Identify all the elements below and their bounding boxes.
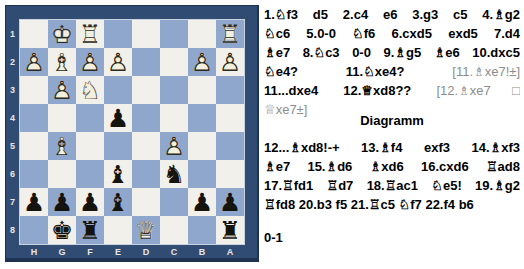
moves-text: 12...♗xd8!-+ 13.♗f4 exf3 14.♗xf3 (264, 140, 520, 155)
square-e3 (104, 76, 132, 104)
piece-white-pawn-g3-outline: ♙ (48, 76, 76, 104)
square-d2 (132, 48, 160, 76)
square-d8: ♛♕ (132, 216, 160, 244)
square-c8 (160, 216, 188, 244)
square-g4 (48, 104, 76, 132)
piece-white-rook-a1-outline: ♖ (216, 20, 244, 48)
square-a1: ♜♖ (216, 20, 244, 48)
square-h4 (20, 104, 48, 132)
piece-black-bishop-e7: ♝ (104, 188, 132, 216)
variation-text: [11.♗xe7!±] (452, 64, 520, 79)
square-f7: ♟ (76, 188, 104, 216)
file-label-g: G (48, 246, 76, 258)
square-e6: ♝ (104, 160, 132, 188)
file-label-e: E (104, 246, 132, 258)
square-a6 (216, 160, 244, 188)
piece-white-pawn-h2-outline: ♙ (20, 48, 48, 76)
square-b4 (188, 104, 216, 132)
square-b5 (188, 132, 216, 160)
square-a8: ♜ (216, 216, 244, 244)
piece-white-pawn-f2-outline: ♙ (76, 48, 104, 76)
square-a7: ♟ (216, 188, 244, 216)
square-f6 (76, 160, 104, 188)
file-label-c: C (160, 246, 188, 258)
piece-white-pawn-a2-outline: ♙ (216, 48, 244, 76)
square-b6 (188, 160, 216, 188)
square-d4 (132, 104, 160, 132)
moves-text: ♗e7 15.♗d6 ♗xd6 16.cxd6 ♖ad8 (264, 159, 520, 174)
move-line: ♖fd8 20.b3 f5 21.♖c5 ♘f7 22.f4 b6 (264, 195, 520, 214)
rank-label-6: 6 (6, 160, 19, 188)
piece-black-pawn-a7: ♟ (216, 188, 244, 216)
moves-text: ♘c6 5.0-0 ♘f6 6.cxd5 exd5 7.d4 (264, 26, 520, 41)
square-g1: ♚♔ (48, 20, 76, 48)
piece-black-pawn-h7: ♟ (20, 188, 48, 216)
square-c6: ♞ (160, 160, 188, 188)
square-e5 (104, 132, 132, 160)
square-b8 (188, 216, 216, 244)
rank-label-5: 5 (6, 132, 19, 160)
moves-text: ♘e4? 11.♘xe4? (264, 64, 452, 79)
square-a3 (216, 76, 244, 104)
square-b7: ♟ (188, 188, 216, 216)
square-f5 (76, 132, 104, 160)
square-e4: ♟ (104, 104, 132, 132)
square-h2: ♟♙ (20, 48, 48, 76)
piece-white-king-g1-outline: ♔ (48, 20, 76, 48)
square-c7 (160, 188, 188, 216)
square-a5 (216, 132, 244, 160)
square-g5: ♝♗ (48, 132, 76, 160)
move-line: 1.♘f3 d5 2.c4 e6 3.g3 c5 4.♗g2 (264, 5, 520, 24)
square-c3 (160, 76, 188, 104)
moves-text: 17.♖fd1 ♖d7 18.♖ac1 ♘e5! 19.♗g2 (264, 178, 520, 193)
piece-black-pawn-b7: ♟ (188, 188, 216, 216)
notation-panel: 1.♘f3 d5 2.c4 e6 3.g3 c5 4.♗g2♘c6 5.0-0 … (264, 5, 520, 247)
square-f3: ♞♘ (76, 76, 104, 104)
rank-label-4: 4 (6, 104, 19, 132)
square-f2: ♟♙ (76, 48, 104, 76)
moves-text: 11...dxe4 12.♕xd8?? (264, 83, 436, 98)
square-a2: ♟♙ (216, 48, 244, 76)
file-label-a: A (216, 246, 244, 258)
square-f8: ♜ (76, 216, 104, 244)
square-h3 (20, 76, 48, 104)
file-label-h: H (20, 246, 48, 258)
square-g3: ♟♙ (48, 76, 76, 104)
square-h7: ♟ (20, 188, 48, 216)
moves-paragraph-1: 1.♘f3 d5 2.c4 e6 3.g3 c5 4.♗g2♘c6 5.0-0 … (264, 5, 520, 119)
piece-white-queen-d8-outline: ♕ (132, 216, 160, 244)
square-h8 (20, 216, 48, 244)
square-b2: ♟♙ (188, 48, 216, 76)
moves-paragraph-2: 12...♗xd8!-+ 13.♗f4 exf3 14.♗xf3♗e7 15.♗… (264, 138, 520, 214)
square-d5 (132, 132, 160, 160)
square-g2: ♝♗ (48, 48, 76, 76)
piece-black-rook-a8: ♜ (216, 216, 244, 244)
piece-black-pawn-f7: ♟ (76, 188, 104, 216)
rank-label-8: 8 (6, 216, 19, 244)
square-c5: ♟♙ (160, 132, 188, 160)
square-h5 (20, 132, 48, 160)
square-h6 (20, 160, 48, 188)
square-h1 (20, 20, 48, 48)
chess-board: 12345678 HGFEDCBA ♚♔♜♖♜♖♟♙♝♗♟♙♟♙♟♙♟♙♟♙♞♘… (5, 5, 259, 262)
square-g8: ♚ (48, 216, 76, 244)
moves-text: ♖fd8 20.b3 f5 21.♖c5 ♘f7 22.f4 b6 (264, 197, 474, 212)
move-line: ♗e7 15.♗d6 ♗xd6 16.cxd6 ♖ad8 (264, 157, 520, 176)
rank-label-2: 2 (6, 48, 19, 76)
rank-label-7: 7 (6, 188, 19, 216)
square-b3 (188, 76, 216, 104)
piece-black-bishop-e6: ♝ (104, 160, 132, 188)
move-line: ♘e4? 11.♘xe4? [11.♗xe7!±] (264, 62, 520, 81)
square-b1 (188, 20, 216, 48)
variation-text: [12.♗xe7□ (436, 83, 520, 98)
piece-white-pawn-c5-outline: ♙ (160, 132, 188, 160)
move-line: 17.♖fd1 ♖d7 18.♖ac1 ♘e5! 19.♗g2 (264, 176, 520, 195)
square-e8 (104, 216, 132, 244)
square-d3 (132, 76, 160, 104)
file-label-f: F (76, 246, 104, 258)
move-line: ♗e7 8.♘c3 0-0 9.♗g5 ♗e6 10.dxc5 (264, 43, 520, 62)
file-label-d: D (132, 246, 160, 258)
square-e2: ♟♙ (104, 48, 132, 76)
square-c1 (160, 20, 188, 48)
square-d1 (132, 20, 160, 48)
board-squares: ♚♔♜♖♜♖♟♙♝♗♟♙♟♙♟♙♟♙♟♙♞♘♟♝♗♟♙♝♞♟♟♟♝♟♟♚♜♛♕♜ (19, 19, 245, 245)
move-line: 12...♗xd8!-+ 13.♗f4 exf3 14.♗xf3 (264, 138, 520, 157)
rank-label-3: 3 (6, 76, 19, 104)
move-line: ♘c6 5.0-0 ♘f6 6.cxd5 exd5 7.d4 (264, 24, 520, 43)
square-f4 (76, 104, 104, 132)
square-c4 (160, 104, 188, 132)
piece-white-rook-f1-outline: ♖ (76, 20, 104, 48)
square-a4 (216, 104, 244, 132)
file-label-b: B (188, 246, 216, 258)
square-g7: ♟ (48, 188, 76, 216)
piece-white-pawn-e2-outline: ♙ (104, 48, 132, 76)
square-d7 (132, 188, 160, 216)
piece-white-pawn-b2-outline: ♙ (188, 48, 216, 76)
moves-text: ♗e7 8.♘c3 0-0 9.♗g5 ♗e6 10.dxc5 (264, 45, 520, 60)
moves-text: 1.♘f3 d5 2.c4 e6 3.g3 c5 4.♗g2 (264, 7, 520, 22)
piece-black-knight-c6: ♞ (160, 160, 188, 188)
piece-black-rook-f8: ♜ (76, 216, 104, 244)
square-e7: ♝ (104, 188, 132, 216)
square-c2 (160, 48, 188, 76)
rank-label-1: 1 (6, 20, 19, 48)
move-line: 11...dxe4 12.♕xd8?? [12.♗xe7□ (264, 81, 520, 100)
piece-white-knight-f3-outline: ♘ (76, 76, 104, 104)
variation-text: ♕xe7±] (264, 102, 307, 117)
square-e1 (104, 20, 132, 48)
game-result: 0-1 (264, 228, 520, 247)
piece-black-pawn-g7: ♟ (48, 188, 76, 216)
piece-black-pawn-e4: ♟ (104, 104, 132, 132)
square-f1: ♜♖ (76, 20, 104, 48)
piece-black-king-g8: ♚ (48, 216, 76, 244)
square-g6 (48, 160, 76, 188)
square-d6 (132, 160, 160, 188)
piece-white-bishop-g5-outline: ♗ (48, 132, 76, 160)
piece-white-bishop-g2-outline: ♗ (48, 48, 76, 76)
